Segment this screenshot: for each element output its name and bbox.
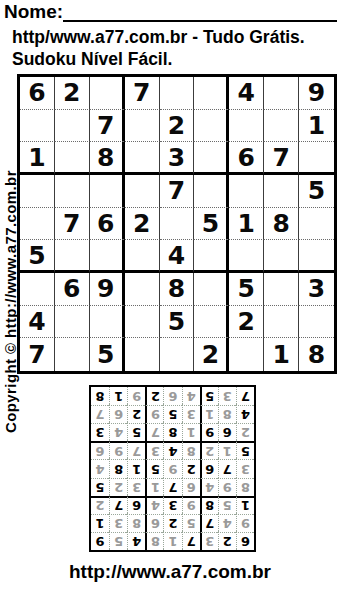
solution-grid-upside-down: 6237184599475268311589346728946713253762…: [89, 385, 256, 552]
puzzle-cell-r8c2[interactable]: [55, 306, 90, 339]
puzzle-cell-r1c1: 6: [20, 77, 55, 110]
puzzle-cell-r4c2[interactable]: [55, 175, 90, 208]
solution-cell-r8c7: 2: [127, 405, 145, 423]
puzzle-cell-r1c4: 7: [125, 77, 160, 110]
puzzle-cell-r7c8[interactable]: [264, 273, 299, 306]
puzzle-cell-r6c3[interactable]: [90, 240, 125, 273]
solution-cell-r2c9: 1: [91, 514, 109, 532]
puzzle-cell-r1c9: 9: [299, 77, 334, 110]
puzzle-cell-r2c5: 2: [160, 110, 195, 143]
solution-cell-r6c2: 1: [218, 441, 236, 459]
solution-cell-r2c8: 3: [109, 514, 127, 532]
puzzle-cell-r2c1[interactable]: [20, 110, 55, 143]
solution-cell-r6c6: 3: [145, 441, 163, 459]
puzzle-cell-r2c6[interactable]: [194, 110, 229, 143]
solution-cell-r1c2: 2: [218, 532, 236, 550]
puzzle-cell-r9c7[interactable]: [229, 338, 264, 371]
puzzle-cell-r1c5[interactable]: [160, 77, 195, 110]
puzzle-cell-r9c1: 7: [20, 338, 55, 371]
solution-cell-r6c4: 8: [182, 441, 200, 459]
solution-cell-r3c6: 4: [145, 496, 163, 514]
solution-cell-r4c1: 8: [236, 478, 254, 496]
puzzle-cell-r5c5[interactable]: [160, 208, 195, 241]
solution-cell-r4c3: 4: [200, 478, 218, 496]
solution-cell-r6c1: 5: [236, 441, 254, 459]
puzzle-cell-r1c8[interactable]: [264, 77, 299, 110]
puzzle-cell-r6c8[interactable]: [264, 240, 299, 273]
solution-cell-r3c8: 7: [109, 496, 127, 514]
solution-cell-r6c5: 4: [163, 441, 181, 459]
puzzle-cell-r3c6[interactable]: [194, 142, 229, 175]
puzzle-cell-r3c5: 3: [160, 142, 195, 175]
solution-cell-r3c5: 3: [163, 496, 181, 514]
puzzle-cell-r4c8[interactable]: [264, 175, 299, 208]
solution-cell-r4c8: 2: [109, 478, 127, 496]
solution-cell-r1c3: 3: [200, 532, 218, 550]
solution-cell-r5c4: 2: [182, 459, 200, 477]
solution-cell-r7c4: 1: [182, 423, 200, 441]
solution-cell-r9c1: 7: [236, 387, 254, 405]
solution-cell-r7c2: 6: [218, 423, 236, 441]
solution-cell-r3c1: 1: [236, 496, 254, 514]
puzzle-cell-r5c8: 8: [264, 208, 299, 241]
solution-cell-r1c1: 6: [236, 532, 254, 550]
sudoku-grid: 627497211836775762518546985345275218: [17, 74, 337, 374]
solution-cell-r5c2: 7: [218, 459, 236, 477]
puzzle-cell-r9c8: 1: [264, 338, 299, 371]
puzzle-cell-r8c6[interactable]: [194, 306, 229, 339]
solution-cell-r8c1: 4: [236, 405, 254, 423]
puzzle-cell-r3c1: 1: [20, 142, 55, 175]
solution-cell-r7c6: 7: [145, 423, 163, 441]
puzzle-cell-r9c9: 8: [299, 338, 334, 371]
puzzle-cell-r4c9: 5: [299, 175, 334, 208]
solution-cell-r6c8: 9: [109, 441, 127, 459]
puzzle-cell-r7c3: 9: [90, 273, 125, 306]
puzzle-cell-r7c7: 5: [229, 273, 264, 306]
solution-cell-r8c9: 7: [91, 405, 109, 423]
puzzle-cell-r5c3: 6: [90, 208, 125, 241]
solution-cell-r9c3: 5: [200, 387, 218, 405]
puzzle-cell-r1c3[interactable]: [90, 77, 125, 110]
solution-cell-r5c6: 5: [145, 459, 163, 477]
puzzle-cell-r3c2[interactable]: [55, 142, 90, 175]
puzzle-cell-r9c5[interactable]: [160, 338, 195, 371]
puzzle-cell-r6c1: 5: [20, 240, 55, 273]
puzzle-cell-r2c9: 1: [299, 110, 334, 143]
solution-cell-r4c7: 3: [127, 478, 145, 496]
puzzle-cell-r8c3[interactable]: [90, 306, 125, 339]
solution-cell-r3c3: 8: [200, 496, 218, 514]
name-write-line: [63, 2, 337, 22]
solution-cell-r1c8: 5: [109, 532, 127, 550]
solution-cell-r9c7: 9: [127, 387, 145, 405]
puzzle-cell-r6c7[interactable]: [229, 240, 264, 273]
puzzle-cell-r4c6[interactable]: [194, 175, 229, 208]
solution-cell-r8c5: 5: [163, 405, 181, 423]
puzzle-cell-r7c4[interactable]: [125, 273, 160, 306]
puzzle-cell-r8c5: 5: [160, 306, 195, 339]
puzzle-cell-r6c9[interactable]: [299, 240, 334, 273]
puzzle-cell-r3c4[interactable]: [125, 142, 160, 175]
puzzle-cell-r3c8: 7: [264, 142, 299, 175]
puzzle-cell-r4c4[interactable]: [125, 175, 160, 208]
solution-cell-r8c3: 1: [200, 405, 218, 423]
puzzle-cell-r7c1[interactable]: [20, 273, 55, 306]
puzzle-cell-r5c4: 2: [125, 208, 160, 241]
solution-cell-r8c2: 8: [218, 405, 236, 423]
puzzle-cell-r5c9[interactable]: [299, 208, 334, 241]
puzzle-cell-r8c4[interactable]: [125, 306, 160, 339]
header-site-line: http/www.a77.com.br - Tudo Grátis.: [12, 27, 305, 48]
solution-cell-r9c5: 6: [163, 387, 181, 405]
puzzle-cell-r2c8[interactable]: [264, 110, 299, 143]
solution-cell-r5c5: 9: [163, 459, 181, 477]
puzzle-cell-r5c1[interactable]: [20, 208, 55, 241]
solution-cell-r4c9: 5: [91, 478, 109, 496]
solution-cell-r9c6: 2: [145, 387, 163, 405]
solution-cell-r4c6: 1: [145, 478, 163, 496]
puzzle-cell-r6c5: 4: [160, 240, 195, 273]
puzzle-cell-r2c3: 7: [90, 110, 125, 143]
puzzle-cell-r4c3[interactable]: [90, 175, 125, 208]
puzzle-cell-r6c2[interactable]: [55, 240, 90, 273]
solution-cell-r2c2: 4: [218, 514, 236, 532]
puzzle-cell-r2c4[interactable]: [125, 110, 160, 143]
solution-cell-r8c4: 3: [182, 405, 200, 423]
solution-cell-r1c9: 9: [91, 532, 109, 550]
solution-cell-r7c8: 4: [109, 423, 127, 441]
puzzle-cell-r1c7: 4: [229, 77, 264, 110]
footer-url: http://www.a77.com.br: [0, 561, 340, 583]
puzzle-cell-r1c2: 2: [55, 77, 90, 110]
solution-cell-r3c9: 2: [91, 496, 109, 514]
solution-cell-r7c3: 9: [200, 423, 218, 441]
solution-cell-r6c3: 2: [200, 441, 218, 459]
solution-cell-r7c1: 2: [236, 423, 254, 441]
solution-cell-r3c2: 5: [218, 496, 236, 514]
puzzle-cell-r8c9[interactable]: [299, 306, 334, 339]
printable-sudoku-sheet: Nome: http/www.a77.com.br - Tudo Grátis.…: [0, 0, 340, 596]
solution-cell-r5c1: 3: [236, 459, 254, 477]
solution-cell-r5c3: 6: [200, 459, 218, 477]
puzzle-cell-r2c7[interactable]: [229, 110, 264, 143]
puzzle-cell-r1c6[interactable]: [194, 77, 229, 110]
puzzle-cell-r7c2: 6: [55, 273, 90, 306]
solution-cell-r9c4: 4: [182, 387, 200, 405]
name-row: Nome:: [4, 1, 337, 22]
solution-cell-r5c7: 1: [127, 459, 145, 477]
puzzle-cell-r9c2[interactable]: [55, 338, 90, 371]
puzzle-cell-r2c2[interactable]: [55, 110, 90, 143]
solution-cell-r4c4: 6: [182, 478, 200, 496]
puzzle-cell-r8c1: 4: [20, 306, 55, 339]
solution-cell-r7c7: 5: [127, 423, 145, 441]
puzzle-cell-r7c9: 3: [299, 273, 334, 306]
solution-cell-r4c5: 7: [163, 478, 181, 496]
puzzle-cell-r5c2: 7: [55, 208, 90, 241]
solution-cell-r5c9: 4: [91, 459, 109, 477]
solution-cell-r7c5: 8: [163, 423, 181, 441]
puzzle-cell-r3c9[interactable]: [299, 142, 334, 175]
solution-cell-r2c4: 5: [182, 514, 200, 532]
name-label: Nome:: [4, 1, 63, 22]
puzzle-cell-r6c6[interactable]: [194, 240, 229, 273]
solution-cell-r9c2: 3: [218, 387, 236, 405]
solution-cell-r4c2: 9: [218, 478, 236, 496]
puzzle-cell-r9c3: 5: [90, 338, 125, 371]
puzzle-cell-r4c1[interactable]: [20, 175, 55, 208]
puzzle-cell-r8c7: 2: [229, 306, 264, 339]
solution-cell-r7c9: 3: [91, 423, 109, 441]
solution-cell-r2c1: 9: [236, 514, 254, 532]
puzzle-cell-r5c6: 5: [194, 208, 229, 241]
solution-cell-r6c9: 6: [91, 441, 109, 459]
solution-cell-r2c3: 7: [200, 514, 218, 532]
solution-cell-r1c6: 8: [145, 532, 163, 550]
solution-cell-r1c7: 4: [127, 532, 145, 550]
solution-cell-r6c7: 7: [127, 441, 145, 459]
solution-cell-r2c5: 2: [163, 514, 181, 532]
solution-cell-r2c7: 8: [127, 514, 145, 532]
solution-cell-r1c5: 1: [163, 532, 181, 550]
solution-cell-r5c8: 8: [109, 459, 127, 477]
puzzle-cell-r4c5: 7: [160, 175, 195, 208]
puzzle-cell-r3c7: 6: [229, 142, 264, 175]
puzzle-cell-r6c4[interactable]: [125, 240, 160, 273]
puzzle-cell-r9c4[interactable]: [125, 338, 160, 371]
puzzle-cell-r7c5: 8: [160, 273, 195, 306]
puzzle-cell-r4c7[interactable]: [229, 175, 264, 208]
solution-cell-r8c6: 9: [145, 405, 163, 423]
puzzle-cell-r9c6: 2: [194, 338, 229, 371]
puzzle-title: Sudoku Nível Fácil.: [12, 49, 172, 70]
solution-cell-r8c8: 6: [109, 405, 127, 423]
solution-cell-r1c4: 7: [182, 532, 200, 550]
puzzle-cell-r3c3: 8: [90, 142, 125, 175]
solution-cell-r3c7: 6: [127, 496, 145, 514]
solution-cell-r2c6: 6: [145, 514, 163, 532]
puzzle-cell-r8c8[interactable]: [264, 306, 299, 339]
solution-cell-r3c4: 9: [182, 496, 200, 514]
puzzle-cell-r7c6[interactable]: [194, 273, 229, 306]
solution-cell-r9c9: 8: [91, 387, 109, 405]
solution-cell-r9c8: 1: [109, 387, 127, 405]
puzzle-cell-r5c7: 1: [229, 208, 264, 241]
